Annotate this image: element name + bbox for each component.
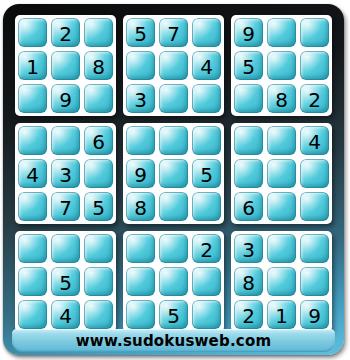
given-digit: 3 [242,240,255,260]
cell-r2c2[interactable] [51,51,80,80]
cell-r8c9[interactable] [300,267,329,296]
cell-r3c2[interactable]: 9 [51,84,80,113]
given-digit: 2 [308,90,321,110]
cell-r8c6[interactable] [192,267,221,296]
given-digit: 8 [134,198,147,218]
given-digit: 3 [134,90,147,110]
page: 2189574395826437595846542538219 www.sudo… [0,0,350,360]
cell-r2c1[interactable]: 1 [18,51,47,80]
cell-r4c7[interactable] [234,126,263,155]
cell-r6c7[interactable]: 6 [234,192,263,221]
box-3-3: 38219 [231,231,332,332]
cell-r1c5[interactable]: 7 [159,18,188,47]
cell-r1c2[interactable]: 2 [51,18,80,47]
cell-r5c9[interactable] [300,159,329,188]
cell-r3c3[interactable] [84,84,113,113]
given-digit: 5 [92,198,105,218]
sudoku-board: 2189574395826437595846542538219 www.sudo… [3,4,344,355]
cell-r7c4[interactable] [126,234,155,263]
box-1-1: 2189 [15,15,116,116]
given-digit: 5 [242,57,255,77]
box-2-2: 958 [123,123,224,224]
given-digit: 6 [92,132,105,152]
cell-r8c5[interactable] [159,267,188,296]
cell-r6c4[interactable]: 8 [126,192,155,221]
cell-r1c6[interactable] [192,18,221,47]
cell-r1c9[interactable] [300,18,329,47]
cell-r6c9[interactable] [300,192,329,221]
cell-r3c5[interactable] [159,84,188,113]
cell-r1c3[interactable] [84,18,113,47]
given-digit: 5 [59,273,72,293]
cell-r2c7[interactable]: 5 [234,51,263,80]
cell-r6c3[interactable]: 5 [84,192,113,221]
cell-r4c9[interactable]: 4 [300,126,329,155]
given-digit: 9 [308,306,321,326]
cell-r8c1[interactable] [18,267,47,296]
cell-r7c6[interactable]: 2 [192,234,221,263]
cell-r7c1[interactable] [18,234,47,263]
cell-r8c4[interactable] [126,267,155,296]
cell-r9c3[interactable] [84,300,113,329]
cell-r7c5[interactable] [159,234,188,263]
cell-r4c6[interactable] [192,126,221,155]
cell-r9c7[interactable]: 2 [234,300,263,329]
cell-r8c7[interactable]: 8 [234,267,263,296]
cell-r1c1[interactable] [18,18,47,47]
given-digit: 9 [242,24,255,44]
given-digit: 2 [200,240,213,260]
box-3-1: 54 [15,231,116,332]
cell-r5c5[interactable] [159,159,188,188]
cell-r9c9[interactable]: 9 [300,300,329,329]
cell-r9c1[interactable] [18,300,47,329]
cell-r2c4[interactable] [126,51,155,80]
given-digit: 9 [59,90,72,110]
cell-r5c1[interactable]: 4 [18,159,47,188]
cell-r5c3[interactable] [84,159,113,188]
cell-r3c6[interactable] [192,84,221,113]
cell-r1c7[interactable]: 9 [234,18,263,47]
cell-r2c6[interactable]: 4 [192,51,221,80]
box-1-3: 9582 [231,15,332,116]
given-digit: 3 [59,165,72,185]
cell-r5c8[interactable] [267,159,296,188]
cell-r7c2[interactable] [51,234,80,263]
given-digit: 1 [275,306,288,326]
cell-r7c8[interactable] [267,234,296,263]
cell-r8c2[interactable]: 5 [51,267,80,296]
cell-r6c5[interactable] [159,192,188,221]
cell-r3c9[interactable]: 2 [300,84,329,113]
box-3-2: 25 [123,231,224,332]
given-digit: 8 [242,273,255,293]
cell-r5c7[interactable] [234,159,263,188]
box-2-1: 64375 [15,123,116,224]
given-digit: 4 [308,132,321,152]
given-digit: 8 [92,57,105,77]
cell-r4c4[interactable] [126,126,155,155]
cell-r7c3[interactable] [84,234,113,263]
given-digit: 5 [200,165,213,185]
given-digit: 6 [242,198,255,218]
cell-r3c4[interactable]: 3 [126,84,155,113]
cell-r4c3[interactable]: 6 [84,126,113,155]
cell-r1c8[interactable] [267,18,296,47]
sudoku-grid: 2189574395826437595846542538219 [15,15,332,332]
cell-r7c9[interactable] [300,234,329,263]
given-digit: 2 [242,306,255,326]
cell-r4c1[interactable] [18,126,47,155]
cell-r6c1[interactable] [18,192,47,221]
given-digit: 9 [134,165,147,185]
cell-r9c2[interactable]: 4 [51,300,80,329]
cell-r9c5[interactable]: 5 [159,300,188,329]
cell-r9c4[interactable] [126,300,155,329]
given-digit: 7 [59,198,72,218]
cell-r5c6[interactable]: 5 [192,159,221,188]
cell-r8c8[interactable] [267,267,296,296]
site-url-label: www.sudokusweb.com [76,332,271,350]
box-2-3: 46 [231,123,332,224]
cell-r4c5[interactable] [159,126,188,155]
cell-r3c7[interactable] [234,84,263,113]
cell-r8c3[interactable] [84,267,113,296]
cell-r3c1[interactable] [18,84,47,113]
cell-r2c9[interactable] [300,51,329,80]
cell-r5c4[interactable]: 9 [126,159,155,188]
given-digit: 4 [59,306,72,326]
cell-r1c4[interactable]: 5 [126,18,155,47]
box-1-2: 5743 [123,15,224,116]
cell-r6c6[interactable] [192,192,221,221]
cell-r9c6[interactable] [192,300,221,329]
given-digit: 4 [26,165,39,185]
given-digit: 8 [275,90,288,110]
cell-r2c5[interactable] [159,51,188,80]
cell-r2c3[interactable]: 8 [84,51,113,80]
given-digit: 5 [167,306,180,326]
cell-r6c8[interactable] [267,192,296,221]
cell-r4c2[interactable] [51,126,80,155]
given-digit: 7 [167,24,180,44]
cell-r9c8[interactable]: 1 [267,300,296,329]
cell-r5c2[interactable]: 3 [51,159,80,188]
cell-r7c7[interactable]: 3 [234,234,263,263]
cell-r3c8[interactable]: 8 [267,84,296,113]
cell-r6c2[interactable]: 7 [51,192,80,221]
given-digit: 4 [200,57,213,77]
given-digit: 5 [134,24,147,44]
cell-r4c8[interactable] [267,126,296,155]
given-digit: 1 [26,57,39,77]
given-digit: 2 [59,24,72,44]
cell-r2c8[interactable] [267,51,296,80]
footer-band: www.sudokusweb.com [12,329,335,352]
